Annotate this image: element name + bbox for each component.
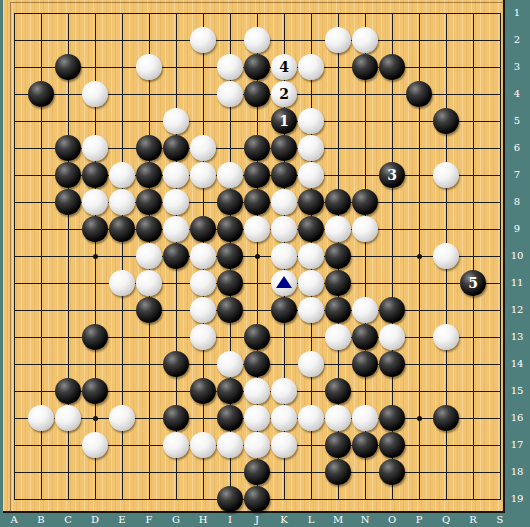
black-stone-i9[interactable] [217,216,243,242]
white-stone-d17[interactable] [82,432,108,458]
black-stone-h9[interactable] [190,216,216,242]
black-stone-g10[interactable] [163,243,189,269]
black-stone-j14[interactable] [244,351,270,377]
white-stone-m16[interactable] [325,405,351,431]
move-number-label: 3 [387,168,397,182]
black-stone-o16[interactable] [379,405,405,431]
white-stone-l6[interactable] [298,135,324,161]
black-stone-g6[interactable] [163,135,189,161]
black-stone-m11[interactable] [325,270,351,296]
black-stone-i11[interactable] [217,270,243,296]
column-label-i: I [220,514,240,526]
black-stone-k5[interactable]: 1 [271,108,297,134]
row-label-10: 10 [505,250,529,262]
white-stone-q10[interactable] [433,243,459,269]
column-label-l: L [301,514,321,526]
black-stone-r11[interactable]: 5 [460,270,486,296]
white-stone-n2[interactable] [352,27,378,53]
black-stone-j8[interactable] [244,189,270,215]
row-label-2: 2 [505,34,529,46]
black-stone-l8[interactable] [298,189,324,215]
move-number-label: 5 [468,276,478,290]
black-stone-d9[interactable] [82,216,108,242]
white-stone-l5[interactable] [298,108,324,134]
black-stone-o12[interactable] [379,297,405,323]
white-stone-c16[interactable] [55,405,81,431]
column-label-n: N [355,514,375,526]
white-stone-f11[interactable] [136,270,162,296]
black-stone-f12[interactable] [136,297,162,323]
black-stone-m10[interactable] [325,243,351,269]
row-label-7: 7 [505,169,529,181]
white-stone-e11[interactable] [109,270,135,296]
black-stone-q5[interactable] [433,108,459,134]
white-stone-j2[interactable] [244,27,270,53]
white-stone-q7[interactable] [433,162,459,188]
black-stone-c7[interactable] [55,162,81,188]
black-stone-k7[interactable] [271,162,297,188]
row-label-3: 3 [505,61,529,73]
white-stone-k8[interactable] [271,189,297,215]
black-stone-i15[interactable] [217,378,243,404]
black-stone-p4[interactable] [406,81,432,107]
go-board[interactable]: 42135 ABCDEFGHIJKLMNOPQRS123456789101112… [0,0,530,527]
black-stone-j7[interactable] [244,162,270,188]
white-stone-l7[interactable] [298,162,324,188]
black-stone-i12[interactable] [217,297,243,323]
white-stone-m2[interactable] [325,27,351,53]
black-stone-j13[interactable] [244,324,270,350]
white-stone-h10[interactable] [190,243,216,269]
triangle-marker-icon [276,276,292,288]
white-stone-k4[interactable]: 2 [271,81,297,107]
white-stone-h12[interactable] [190,297,216,323]
white-stone-j17[interactable] [244,432,270,458]
white-stone-d8[interactable] [82,189,108,215]
column-label-r: R [463,514,483,526]
black-stone-d7[interactable] [82,162,108,188]
black-stone-c3[interactable] [55,54,81,80]
white-stone-n16[interactable] [352,405,378,431]
black-stone-q16[interactable] [433,405,459,431]
column-label-a: A [4,514,24,526]
white-stone-m9[interactable] [325,216,351,242]
black-stone-e9[interactable] [109,216,135,242]
black-stone-k12[interactable] [271,297,297,323]
row-label-17: 17 [505,439,529,451]
star-point-d16 [93,416,98,421]
white-stone-h7[interactable] [190,162,216,188]
white-stone-m13[interactable] [325,324,351,350]
column-label-d: D [85,514,105,526]
column-label-c: C [58,514,78,526]
black-stone-i19[interactable] [217,486,243,512]
white-stone-j15[interactable] [244,378,270,404]
row-label-13: 13 [505,331,529,343]
column-label-g: G [166,514,186,526]
column-label-k: K [274,514,294,526]
black-stone-d13[interactable] [82,324,108,350]
black-stone-m18[interactable] [325,459,351,485]
white-stone-f10[interactable] [136,243,162,269]
black-stone-m8[interactable] [325,189,351,215]
white-stone-l16[interactable] [298,405,324,431]
white-stone-k3[interactable]: 4 [271,54,297,80]
column-label-q: Q [436,514,456,526]
white-stone-o13[interactable] [379,324,405,350]
black-stone-g14[interactable] [163,351,189,377]
column-label-h: H [193,514,213,526]
column-label-m: M [328,514,348,526]
white-stone-d4[interactable] [82,81,108,107]
black-stone-j18[interactable] [244,459,270,485]
black-stone-o14[interactable] [379,351,405,377]
black-stone-c6[interactable] [55,135,81,161]
move-number-label: 1 [279,114,289,128]
white-stone-h2[interactable] [190,27,216,53]
black-stone-o3[interactable] [379,54,405,80]
row-label-9: 9 [505,223,529,235]
white-stone-g9[interactable] [163,216,189,242]
white-stone-j9[interactable] [244,216,270,242]
black-stone-n3[interactable] [352,54,378,80]
move-number-label: 4 [279,60,289,74]
column-label-o: O [382,514,402,526]
star-point-p10 [417,254,422,259]
black-stone-n17[interactable] [352,432,378,458]
white-stone-b16[interactable] [28,405,54,431]
black-stone-k6[interactable] [271,135,297,161]
black-stone-n8[interactable] [352,189,378,215]
black-stone-d15[interactable] [82,378,108,404]
column-label-s: S [490,514,510,526]
white-stone-k17[interactable] [271,432,297,458]
white-stone-e8[interactable] [109,189,135,215]
white-stone-k10[interactable] [271,243,297,269]
white-stone-f3[interactable] [136,54,162,80]
white-stone-i3[interactable] [217,54,243,80]
white-stone-q13[interactable] [433,324,459,350]
white-stone-k9[interactable] [271,216,297,242]
black-stone-i16[interactable] [217,405,243,431]
black-stone-o7[interactable]: 3 [379,162,405,188]
star-point-p16 [417,416,422,421]
black-stone-f9[interactable] [136,216,162,242]
row-label-15: 15 [505,385,529,397]
black-stone-m17[interactable] [325,432,351,458]
white-stone-i14[interactable] [217,351,243,377]
black-stone-o18[interactable] [379,459,405,485]
row-label-1: 1 [505,7,529,19]
black-stone-j19[interactable] [244,486,270,512]
white-stone-g5[interactable] [163,108,189,134]
black-stone-o17[interactable] [379,432,405,458]
white-stone-i4[interactable] [217,81,243,107]
star-point-d10 [93,254,98,259]
black-stone-m15[interactable] [325,378,351,404]
white-stone-n12[interactable] [352,297,378,323]
column-label-f: F [139,514,159,526]
white-stone-h11[interactable] [190,270,216,296]
white-stone-h17[interactable] [190,432,216,458]
white-stone-i17[interactable] [217,432,243,458]
black-stone-l9[interactable] [298,216,324,242]
black-stone-j3[interactable] [244,54,270,80]
white-stone-j16[interactable] [244,405,270,431]
white-stone-d6[interactable] [82,135,108,161]
black-stone-f6[interactable] [136,135,162,161]
star-point-j10 [255,254,260,259]
white-stone-h13[interactable] [190,324,216,350]
black-stone-i10[interactable] [217,243,243,269]
white-stone-e7[interactable] [109,162,135,188]
white-stone-i7[interactable] [217,162,243,188]
black-stone-f7[interactable] [136,162,162,188]
white-stone-k15[interactable] [271,378,297,404]
white-stone-l3[interactable] [298,54,324,80]
row-label-6: 6 [505,142,529,154]
white-stone-g17[interactable] [163,432,189,458]
column-label-e: E [112,514,132,526]
column-label-j: J [247,514,267,526]
white-stone-n9[interactable] [352,216,378,242]
black-stone-n13[interactable] [352,324,378,350]
white-stone-l14[interactable] [298,351,324,377]
black-stone-n14[interactable] [352,351,378,377]
row-label-18: 18 [505,466,529,478]
white-stone-k11[interactable] [271,270,297,296]
white-stone-g7[interactable] [163,162,189,188]
column-label-b: B [31,514,51,526]
row-label-5: 5 [505,115,529,127]
row-label-4: 4 [505,88,529,100]
black-stone-f8[interactable] [136,189,162,215]
row-label-12: 12 [505,304,529,316]
black-stone-j4[interactable] [244,81,270,107]
white-stone-g8[interactable] [163,189,189,215]
move-number-label: 2 [279,87,289,101]
black-stone-c8[interactable] [55,189,81,215]
black-stone-m12[interactable] [325,297,351,323]
black-stone-j6[interactable] [244,135,270,161]
white-stone-l11[interactable] [298,270,324,296]
white-stone-e16[interactable] [109,405,135,431]
black-stone-c15[interactable] [55,378,81,404]
white-stone-k16[interactable] [271,405,297,431]
black-stone-h15[interactable] [190,378,216,404]
row-label-16: 16 [505,412,529,424]
white-stone-h6[interactable] [190,135,216,161]
white-stone-l10[interactable] [298,243,324,269]
row-label-19: 19 [505,493,529,505]
row-label-8: 8 [505,196,529,208]
black-stone-i8[interactable] [217,189,243,215]
row-label-14: 14 [505,358,529,370]
row-label-11: 11 [505,277,529,289]
column-label-p: P [409,514,429,526]
black-stone-b4[interactable] [28,81,54,107]
black-stone-g16[interactable] [163,405,189,431]
white-stone-l12[interactable] [298,297,324,323]
